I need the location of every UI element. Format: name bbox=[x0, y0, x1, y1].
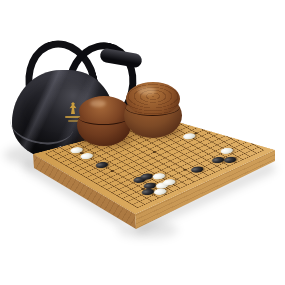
black-stone bbox=[94, 161, 110, 169]
black-stone bbox=[222, 156, 238, 164]
go-set-product-photo bbox=[0, 0, 285, 285]
white-stone bbox=[78, 152, 94, 160]
white-stone bbox=[151, 172, 167, 180]
white-stone bbox=[68, 146, 84, 154]
white-stone bbox=[219, 147, 235, 155]
white-stone bbox=[152, 188, 169, 196]
bowl-lid-seam bbox=[125, 98, 180, 116]
black-stone bbox=[189, 165, 205, 173]
stone-bowl-right bbox=[124, 82, 182, 138]
stone-bowl-left bbox=[77, 96, 131, 146]
white-stone bbox=[181, 132, 197, 140]
bowl-lid-seam bbox=[78, 109, 129, 125]
board-shadow-front bbox=[118, 222, 178, 238]
